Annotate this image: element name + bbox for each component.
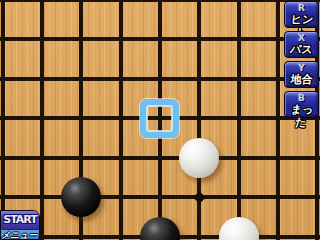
grid-line-horizontal <box>0 156 320 160</box>
grid-line-vertical <box>237 0 241 240</box>
game-screen: R ヒント X パス Y 地合 B まった START メニュー <box>0 0 320 240</box>
grid-line-horizontal <box>0 77 320 81</box>
cursor[interactable] <box>140 99 179 138</box>
start-menu-button[interactable]: START メニュー <box>0 210 40 240</box>
b-undo-button[interactable]: B まった <box>284 91 319 118</box>
star-point <box>193 191 206 204</box>
grid-line-horizontal <box>0 195 320 199</box>
undo-label: まった <box>284 103 320 129</box>
r-key-icon: R <box>285 3 318 13</box>
y-key-icon: Y <box>285 63 318 73</box>
black-stone <box>61 177 101 217</box>
grid-line-horizontal <box>0 0 320 2</box>
pass-label: パス <box>284 43 318 56</box>
x-pass-button[interactable]: X パス <box>284 31 319 58</box>
x-key-icon: X <box>285 33 318 43</box>
black-stone <box>140 217 180 240</box>
y-count-button[interactable]: Y 地合 <box>284 61 319 88</box>
grid-line-horizontal <box>0 37 320 41</box>
start-key-icon: START <box>1 211 39 229</box>
r-hint-button[interactable]: R ヒント <box>284 1 319 28</box>
grid-line-vertical <box>1 0 5 240</box>
grid-line-vertical <box>276 0 280 240</box>
grid-line-vertical <box>119 0 123 240</box>
grid-line-vertical <box>40 0 44 240</box>
menu-label: メニュー <box>0 229 40 240</box>
white-stone <box>219 217 259 240</box>
b-key-icon: B <box>285 93 318 103</box>
white-stone <box>179 138 219 178</box>
count-label: 地合 <box>284 73 318 86</box>
go-board[interactable] <box>0 0 320 240</box>
